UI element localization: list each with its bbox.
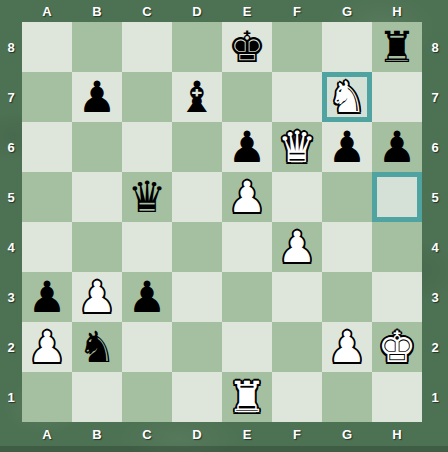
- rank-label: 2: [422, 322, 448, 372]
- square-e5[interactable]: ♟: [222, 172, 272, 222]
- file-label: F: [272, 0, 322, 22]
- square-a2[interactable]: ♟: [22, 322, 72, 372]
- file-label: H: [372, 0, 422, 22]
- square-c5[interactable]: ♛: [122, 172, 172, 222]
- piece-white-pawn[interactable]: ♟: [322, 322, 372, 372]
- file-label: G: [322, 422, 372, 446]
- square-b7[interactable]: ♟: [72, 72, 122, 122]
- piece-white-pawn[interactable]: ♟: [222, 172, 272, 222]
- square-g5[interactable]: [322, 172, 372, 222]
- square-f1[interactable]: [272, 372, 322, 422]
- rank-label: 3: [0, 272, 22, 322]
- file-label: C: [122, 0, 172, 22]
- square-a8[interactable]: [22, 22, 72, 72]
- file-label: C: [122, 422, 172, 446]
- piece-black-king[interactable]: ♚: [222, 22, 272, 72]
- chess-board: ♚♜♟♝♞♟♛♟♟♛♟♟♟♟♟♟♞♟♚♜: [22, 22, 422, 422]
- rank-label: 2: [0, 322, 22, 372]
- file-label: G: [322, 0, 372, 22]
- square-d7[interactable]: ♝: [172, 72, 222, 122]
- square-b2[interactable]: ♞: [72, 322, 122, 372]
- rank-labels-left: 87654321: [0, 22, 22, 422]
- square-e7[interactable]: [222, 72, 272, 122]
- square-g6[interactable]: ♟: [322, 122, 372, 172]
- piece-white-king[interactable]: ♚: [372, 322, 422, 372]
- square-a6[interactable]: [22, 122, 72, 172]
- square-h1[interactable]: [372, 372, 422, 422]
- square-d8[interactable]: [172, 22, 222, 72]
- piece-black-pawn[interactable]: ♟: [22, 272, 72, 322]
- piece-black-pawn[interactable]: ♟: [122, 272, 172, 322]
- square-g7[interactable]: ♞: [322, 72, 372, 122]
- square-e8[interactable]: ♚: [222, 22, 272, 72]
- file-label: D: [172, 422, 222, 446]
- square-d6[interactable]: [172, 122, 222, 172]
- square-b3[interactable]: ♟: [72, 272, 122, 322]
- rank-label: 6: [422, 122, 448, 172]
- square-g1[interactable]: [322, 372, 372, 422]
- square-h6[interactable]: ♟: [372, 122, 422, 172]
- square-d2[interactable]: [172, 322, 222, 372]
- square-h8[interactable]: ♜: [372, 22, 422, 72]
- square-b4[interactable]: [72, 222, 122, 272]
- piece-black-queen[interactable]: ♛: [122, 172, 172, 222]
- rank-label: 8: [422, 22, 448, 72]
- square-e6[interactable]: ♟: [222, 122, 272, 172]
- file-label: D: [172, 0, 222, 22]
- file-label: A: [22, 422, 72, 446]
- file-label: H: [372, 422, 422, 446]
- file-label: B: [72, 422, 122, 446]
- square-c6[interactable]: [122, 122, 172, 172]
- square-a4[interactable]: [22, 222, 72, 272]
- rank-label: 3: [422, 272, 448, 322]
- file-labels-top: ABCDEFGH: [22, 0, 422, 22]
- square-a5[interactable]: [22, 172, 72, 222]
- rank-label: 7: [0, 72, 22, 122]
- square-b1[interactable]: [72, 372, 122, 422]
- rank-label: 4: [0, 222, 22, 272]
- square-c4[interactable]: [122, 222, 172, 272]
- piece-white-pawn[interactable]: ♟: [72, 272, 122, 322]
- square-f2[interactable]: [272, 322, 322, 372]
- square-g3[interactable]: [322, 272, 372, 322]
- rank-label: 1: [422, 372, 448, 422]
- square-g4[interactable]: [322, 222, 372, 272]
- square-h7[interactable]: [372, 72, 422, 122]
- square-h4[interactable]: [372, 222, 422, 272]
- square-h3[interactable]: [372, 272, 422, 322]
- square-d1[interactable]: [172, 372, 222, 422]
- square-e4[interactable]: [222, 222, 272, 272]
- square-f3[interactable]: [272, 272, 322, 322]
- rank-label: 7: [422, 72, 448, 122]
- square-b5[interactable]: [72, 172, 122, 222]
- square-d3[interactable]: [172, 272, 222, 322]
- square-f8[interactable]: [272, 22, 322, 72]
- square-e3[interactable]: [222, 272, 272, 322]
- square-e1[interactable]: ♜: [222, 372, 272, 422]
- square-b8[interactable]: [72, 22, 122, 72]
- piece-black-rook[interactable]: ♜: [372, 22, 422, 72]
- rank-label: 1: [0, 372, 22, 422]
- square-f6[interactable]: ♛: [272, 122, 322, 172]
- square-g8[interactable]: [322, 22, 372, 72]
- rank-label: 5: [422, 172, 448, 222]
- piece-white-queen[interactable]: ♛: [272, 122, 322, 172]
- square-f7[interactable]: [272, 72, 322, 122]
- square-h5[interactable]: [372, 172, 422, 222]
- piece-black-bishop[interactable]: ♝: [172, 72, 222, 122]
- piece-black-pawn[interactable]: ♟: [322, 122, 372, 172]
- square-c3[interactable]: ♟: [122, 272, 172, 322]
- square-e2[interactable]: [222, 322, 272, 372]
- file-label: B: [72, 0, 122, 22]
- square-d4[interactable]: [172, 222, 222, 272]
- square-a1[interactable]: [22, 372, 72, 422]
- square-d5[interactable]: [172, 172, 222, 222]
- square-c2[interactable]: [122, 322, 172, 372]
- piece-white-knight[interactable]: ♞: [322, 72, 372, 122]
- square-f5[interactable]: [272, 172, 322, 222]
- square-c7[interactable]: [122, 72, 172, 122]
- rank-label: 6: [0, 122, 22, 172]
- file-label: A: [22, 0, 72, 22]
- square-c1[interactable]: [122, 372, 172, 422]
- square-h2[interactable]: ♚: [372, 322, 422, 372]
- rank-label: 8: [0, 22, 22, 72]
- square-f4[interactable]: ♟: [272, 222, 322, 272]
- piece-white-pawn[interactable]: ♟: [272, 222, 322, 272]
- piece-black-pawn[interactable]: ♟: [372, 122, 422, 172]
- file-label: E: [222, 0, 272, 22]
- piece-white-rook[interactable]: ♜: [222, 372, 272, 422]
- file-label: E: [222, 422, 272, 446]
- file-labels-bottom: ABCDEFGH: [22, 422, 422, 446]
- rank-labels-right: 87654321: [422, 22, 448, 422]
- square-g2[interactable]: ♟: [322, 322, 372, 372]
- piece-black-pawn[interactable]: ♟: [72, 72, 122, 122]
- piece-black-pawn[interactable]: ♟: [222, 122, 272, 172]
- square-c8[interactable]: [122, 22, 172, 72]
- rank-label: 5: [0, 172, 22, 222]
- square-a3[interactable]: ♟: [22, 272, 72, 322]
- rank-label: 4: [422, 222, 448, 272]
- piece-white-pawn[interactable]: ♟: [22, 322, 72, 372]
- square-b6[interactable]: [72, 122, 122, 172]
- file-label: F: [272, 422, 322, 446]
- square-a7[interactable]: [22, 72, 72, 122]
- chess-app: ABCDEFGH 87654321 ♚♜♟♝♞♟♛♟♟♛♟♟♟♟♟♟♞♟♚♜ 8…: [0, 0, 448, 452]
- piece-black-knight[interactable]: ♞: [72, 322, 122, 372]
